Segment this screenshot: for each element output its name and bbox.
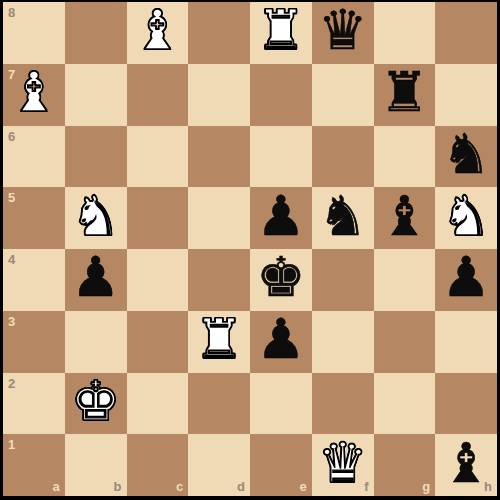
- square-f7[interactable]: [312, 64, 374, 126]
- square-b5[interactable]: ♞: [65, 187, 127, 249]
- square-d3[interactable]: ♜: [188, 311, 250, 373]
- square-d8[interactable]: [188, 2, 250, 64]
- white-bishop-c8: ♝: [133, 3, 182, 58]
- square-g2[interactable]: [374, 373, 436, 435]
- square-e7[interactable]: [250, 64, 312, 126]
- square-g1[interactable]: g: [374, 434, 436, 496]
- square-a7[interactable]: 7♝: [3, 64, 65, 126]
- square-d6[interactable]: [188, 126, 250, 188]
- square-e3[interactable]: ♟: [250, 311, 312, 373]
- square-h8[interactable]: [435, 2, 497, 64]
- square-c7[interactable]: [127, 64, 189, 126]
- square-b3[interactable]: [65, 311, 127, 373]
- rank-label-3: 3: [8, 315, 15, 328]
- black-pawn-e3: ♟: [256, 312, 305, 367]
- file-label-g: g: [422, 480, 430, 493]
- square-a8[interactable]: 8: [3, 2, 65, 64]
- black-king-e4: ♚: [256, 250, 305, 305]
- square-f5[interactable]: ♞: [312, 187, 374, 249]
- square-h1[interactable]: h♝: [435, 434, 497, 496]
- white-queen-f1: ♛: [318, 436, 367, 491]
- black-pawn-b4: ♟: [71, 250, 120, 305]
- square-b4[interactable]: ♟: [65, 249, 127, 311]
- square-d2[interactable]: [188, 373, 250, 435]
- square-e1[interactable]: e: [250, 434, 312, 496]
- square-h3[interactable]: [435, 311, 497, 373]
- file-label-c: c: [176, 480, 183, 493]
- file-label-a: a: [53, 480, 60, 493]
- square-c8[interactable]: ♝: [127, 2, 189, 64]
- board-frame: 8♝♜♛7♝♜6♞5♞♟♞♝♞4♟♚♟3♜♟2♚1abcdef♛gh♝: [3, 2, 497, 496]
- file-label-e: e: [300, 480, 307, 493]
- square-e6[interactable]: [250, 126, 312, 188]
- black-queen-f8: ♛: [318, 3, 367, 58]
- square-c2[interactable]: [127, 373, 189, 435]
- white-knight-h5: ♞: [441, 189, 490, 244]
- black-bishop-h1: ♝: [441, 436, 490, 491]
- rank-label-2: 2: [8, 377, 15, 390]
- square-h7[interactable]: [435, 64, 497, 126]
- square-c6[interactable]: [127, 126, 189, 188]
- square-g6[interactable]: [374, 126, 436, 188]
- square-h2[interactable]: [435, 373, 497, 435]
- square-a4[interactable]: 4: [3, 249, 65, 311]
- square-a6[interactable]: 6: [3, 126, 65, 188]
- white-rook-e8: ♜: [256, 3, 305, 58]
- square-g7[interactable]: ♜: [374, 64, 436, 126]
- square-e2[interactable]: [250, 373, 312, 435]
- square-a2[interactable]: 2: [3, 373, 65, 435]
- square-d4[interactable]: [188, 249, 250, 311]
- square-c1[interactable]: c: [127, 434, 189, 496]
- square-g8[interactable]: [374, 2, 436, 64]
- square-h5[interactable]: ♞: [435, 187, 497, 249]
- square-d1[interactable]: d: [188, 434, 250, 496]
- rank-label-8: 8: [8, 6, 15, 19]
- square-b1[interactable]: b: [65, 434, 127, 496]
- square-e4[interactable]: ♚: [250, 249, 312, 311]
- square-e5[interactable]: ♟: [250, 187, 312, 249]
- square-c4[interactable]: [127, 249, 189, 311]
- black-pawn-h4: ♟: [441, 250, 490, 305]
- rank-label-7: 7: [8, 68, 15, 81]
- square-g4[interactable]: [374, 249, 436, 311]
- black-pawn-e5: ♟: [256, 189, 305, 244]
- square-f8[interactable]: ♛: [312, 2, 374, 64]
- square-f3[interactable]: [312, 311, 374, 373]
- square-f4[interactable]: [312, 249, 374, 311]
- file-label-h: h: [484, 480, 492, 493]
- square-f2[interactable]: [312, 373, 374, 435]
- square-g5[interactable]: ♝: [374, 187, 436, 249]
- black-knight-f5: ♞: [318, 189, 367, 244]
- square-b7[interactable]: [65, 64, 127, 126]
- square-b6[interactable]: [65, 126, 127, 188]
- black-bishop-g5: ♝: [380, 189, 429, 244]
- square-a3[interactable]: 3: [3, 311, 65, 373]
- square-h4[interactable]: ♟: [435, 249, 497, 311]
- rank-label-5: 5: [8, 191, 15, 204]
- white-bishop-a7: ♝: [9, 65, 58, 120]
- square-d7[interactable]: [188, 64, 250, 126]
- square-c5[interactable]: [127, 187, 189, 249]
- square-c3[interactable]: [127, 311, 189, 373]
- file-label-f: f: [364, 480, 368, 493]
- rank-label-6: 6: [8, 130, 15, 143]
- square-b2[interactable]: ♚: [65, 373, 127, 435]
- white-king-b2: ♚: [71, 374, 120, 429]
- square-a1[interactable]: 1a: [3, 434, 65, 496]
- file-label-b: b: [114, 480, 122, 493]
- square-g3[interactable]: [374, 311, 436, 373]
- square-f1[interactable]: f♛: [312, 434, 374, 496]
- rank-label-1: 1: [8, 438, 15, 451]
- square-h6[interactable]: ♞: [435, 126, 497, 188]
- white-rook-d3: ♜: [194, 312, 243, 367]
- chess-board: 8♝♜♛7♝♜6♞5♞♟♞♝♞4♟♚♟3♜♟2♚1abcdef♛gh♝: [3, 2, 497, 496]
- file-label-d: d: [237, 480, 245, 493]
- square-e8[interactable]: ♜: [250, 2, 312, 64]
- square-d5[interactable]: [188, 187, 250, 249]
- black-rook-g7: ♜: [380, 65, 429, 120]
- rank-label-4: 4: [8, 253, 15, 266]
- square-b8[interactable]: [65, 2, 127, 64]
- square-f6[interactable]: [312, 126, 374, 188]
- black-knight-h6: ♞: [441, 127, 490, 182]
- white-knight-b5: ♞: [71, 189, 120, 244]
- square-a5[interactable]: 5: [3, 187, 65, 249]
